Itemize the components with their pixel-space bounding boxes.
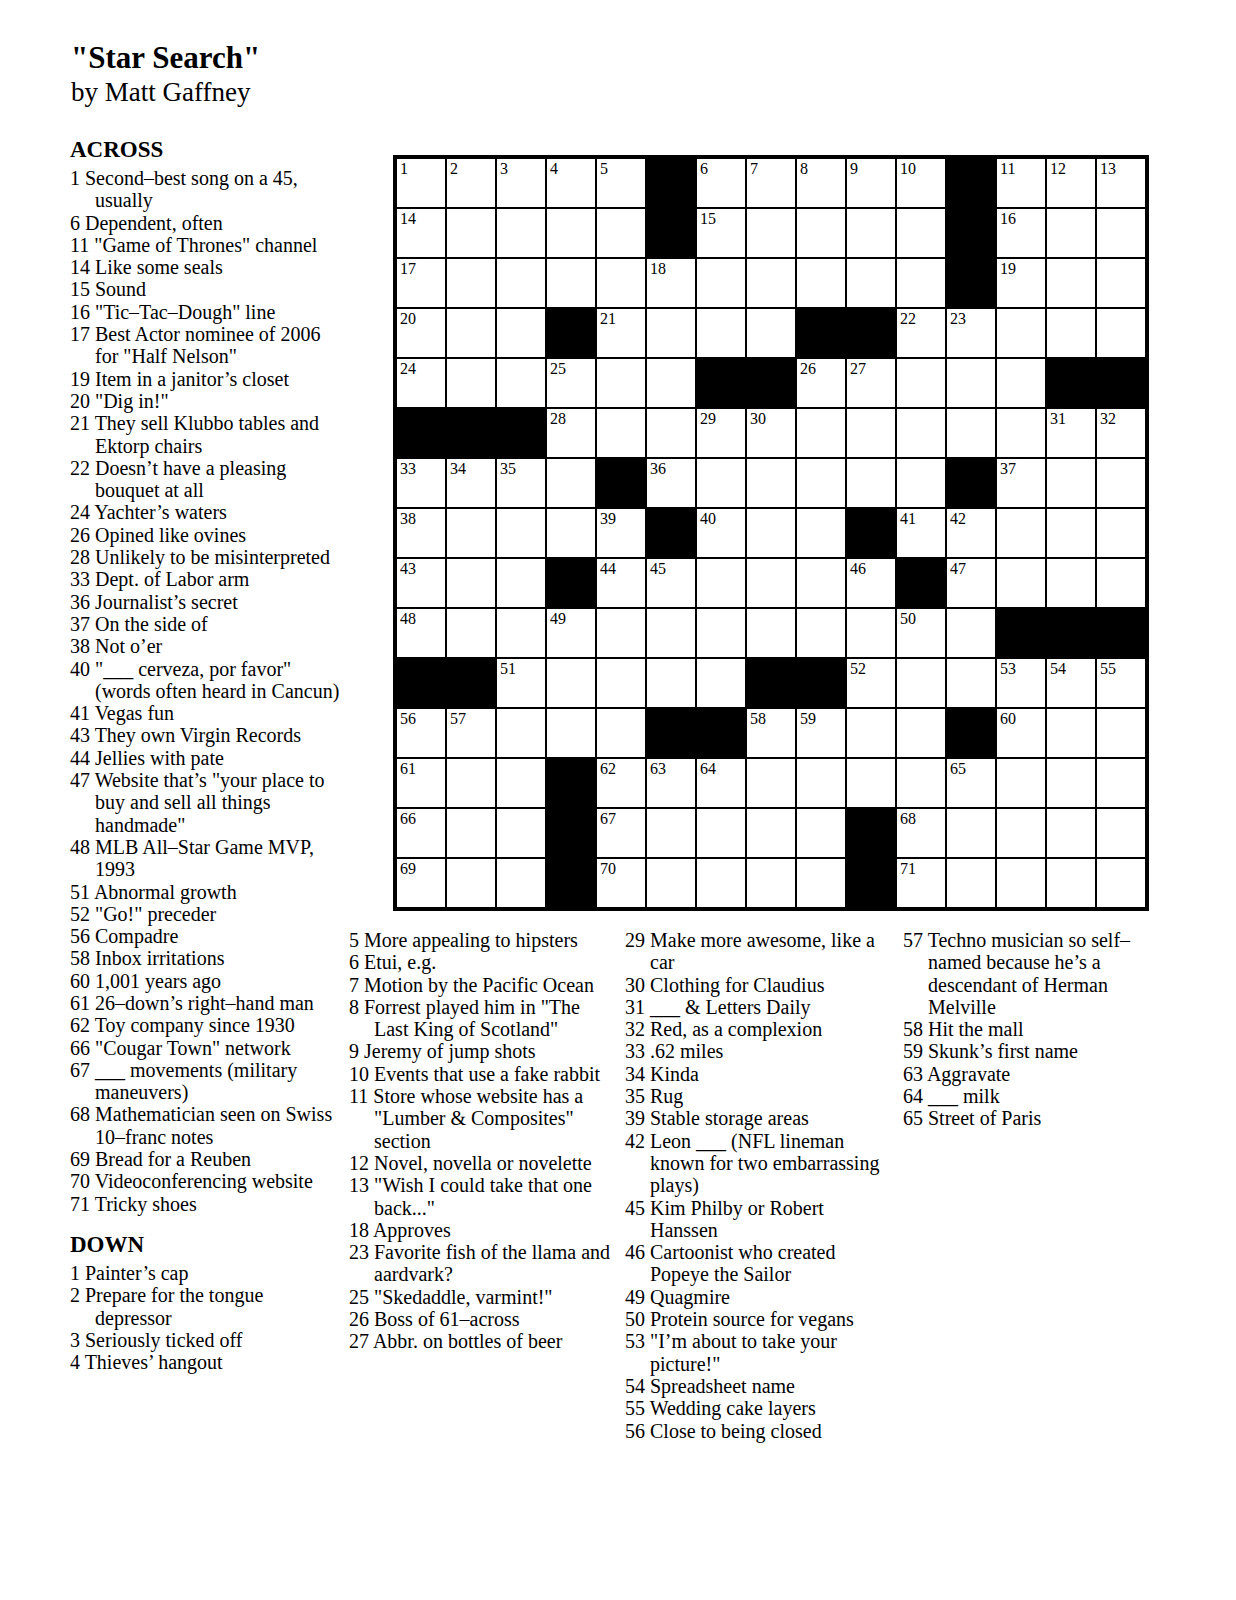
clue-down-10: 10 Events that use a fake rabbit: [349, 1063, 619, 1085]
clue-number: 36: [70, 591, 90, 613]
grid-cell-r2c10[interactable]: [846, 208, 896, 258]
grid-cell-r9c10[interactable]: 46: [846, 558, 896, 608]
grid-cell-r5c9[interactable]: 26: [796, 358, 846, 408]
grid-cell-r11c12[interactable]: [946, 658, 996, 708]
grid-cell-r7c9[interactable]: [796, 458, 846, 508]
grid-cell-r12c3[interactable]: [496, 708, 546, 758]
grid-cell-r5c10[interactable]: 27: [846, 358, 896, 408]
grid-cell-r10c6[interactable]: [646, 608, 696, 658]
grid-cell-r8c8[interactable]: [746, 508, 796, 558]
grid-cell-r8c12[interactable]: 42: [946, 508, 996, 558]
clue-text: Not o’er: [95, 635, 162, 657]
grid-cell-r3c10[interactable]: [846, 258, 896, 308]
grid-cell-r6c15[interactable]: 32: [1096, 408, 1146, 458]
grid-cell-r7c8[interactable]: [746, 458, 796, 508]
grid-cell-r3c3[interactable]: [496, 258, 546, 308]
grid-cell-r10c5[interactable]: [596, 608, 646, 658]
grid-cell-r8c4[interactable]: [546, 508, 596, 558]
grid-cell-r2c4[interactable]: [546, 208, 596, 258]
cell-number: 11: [1000, 160, 1015, 177]
cell-number: 58: [750, 710, 766, 727]
grid-cell-r13c15[interactable]: [1096, 758, 1146, 808]
cell-number: 38: [400, 510, 416, 527]
grid-cell-r5c2[interactable]: [446, 358, 496, 408]
grid-cell-r3c14[interactable]: [1046, 258, 1096, 308]
grid-cell-r1c1[interactable]: 1: [396, 158, 446, 208]
clue-down-65: 65 Street of Paris: [903, 1107, 1163, 1129]
cell-number: 31: [1050, 410, 1066, 427]
grid-cell-r8c5[interactable]: 39: [596, 508, 646, 558]
black-cell-r4c10: [846, 308, 896, 358]
grid-cell-r11c10[interactable]: 52: [846, 658, 896, 708]
grid-cell-r4c13[interactable]: [996, 308, 1046, 358]
cell-number: 36: [650, 460, 666, 477]
grid-cell-r8c14[interactable]: [1046, 508, 1096, 558]
cell-number: 43: [400, 560, 416, 577]
grid-cell-r9c5[interactable]: 44: [596, 558, 646, 608]
clue-across-51: 51 Abnormal growth: [70, 881, 340, 903]
grid-cell-r9c2[interactable]: [446, 558, 496, 608]
grid-cell-r4c5[interactable]: 21: [596, 308, 646, 358]
clue-text: On the side of: [95, 613, 208, 635]
clue-number: 16: [70, 301, 90, 323]
grid-cell-r4c14[interactable]: [1046, 308, 1096, 358]
clue-text: Skunk’s first name: [928, 1040, 1078, 1062]
grid-cell-r6c13[interactable]: [996, 408, 1046, 458]
grid-cell-r4c11[interactable]: 22: [896, 308, 946, 358]
black-cell-r5c8: [746, 358, 796, 408]
grid-cell-r12c15[interactable]: [1096, 708, 1146, 758]
grid-cell-r6c7[interactable]: 29: [696, 408, 746, 458]
grid-cell-r12c13[interactable]: 60: [996, 708, 1046, 758]
grid-cell-r11c3[interactable]: 51: [496, 658, 546, 708]
black-cell-r2c12: [946, 208, 996, 258]
clue-text: Quagmire: [650, 1286, 730, 1308]
clue-down-55: 55 Wedding cake layers: [625, 1397, 893, 1419]
grid-cell-r15c2[interactable]: [446, 858, 496, 908]
grid-cell-r3c13[interactable]: 19: [996, 258, 1046, 308]
grid-cell-r14c2[interactable]: [446, 808, 496, 858]
puzzle-title: "Star Search": [71, 40, 260, 76]
clue-number: 71: [70, 1193, 90, 1215]
cell-number: 61: [400, 760, 416, 777]
clue-number: 13: [349, 1174, 369, 1196]
clue-text: Dept. of Labor arm: [95, 568, 249, 590]
grid-cell-r5c1[interactable]: 24: [396, 358, 446, 408]
grid-cell-r1c3[interactable]: 3: [496, 158, 546, 208]
cell-number: 56: [400, 710, 416, 727]
clue-down-1: 1 Painter’s cap: [70, 1262, 340, 1284]
grid-cell-r13c13[interactable]: [996, 758, 1046, 808]
grid-cell-r14c15[interactable]: [1096, 808, 1146, 858]
grid-cell-r4c2[interactable]: [446, 308, 496, 358]
clue-number: 2: [70, 1284, 80, 1306]
grid-cell-r7c4[interactable]: [546, 458, 596, 508]
grid-cell-r12c9[interactable]: 59: [796, 708, 846, 758]
grid-cell-r10c7[interactable]: [696, 608, 746, 658]
grid-cell-r9c8[interactable]: [746, 558, 796, 608]
clue-down-8: 8 Forrest played him in "The Last King o…: [349, 996, 619, 1041]
grid-cell-r15c13[interactable]: [996, 858, 1046, 908]
grid-cell-r14c1[interactable]: 66: [396, 808, 446, 858]
clue-number: 21: [70, 412, 90, 434]
clue-text: "Game of Thrones" channel: [94, 234, 317, 256]
cell-number: 37: [1000, 460, 1016, 477]
clue-number: 35: [625, 1085, 645, 1107]
grid-cell-r8c1[interactable]: 38: [396, 508, 446, 558]
clue-text: Favorite fish of the llama and aardvark?: [374, 1241, 610, 1285]
grid-cell-r14c9[interactable]: [796, 808, 846, 858]
clue-across-60: 60 1,001 years ago: [70, 970, 340, 992]
black-cell-r12c12: [946, 708, 996, 758]
clue-down-34: 34 Kinda: [625, 1063, 893, 1085]
grid-cell-r6c4[interactable]: 28: [546, 408, 596, 458]
grid-cell-r6c14[interactable]: 31: [1046, 408, 1096, 458]
grid-cell-r9c9[interactable]: [796, 558, 846, 608]
grid-cell-r7c14[interactable]: [1046, 458, 1096, 508]
clue-across-66: 66 "Cougar Town" network: [70, 1037, 340, 1059]
clue-text: Kinda: [650, 1063, 699, 1085]
grid-cell-r4c12[interactable]: 23: [946, 308, 996, 358]
grid-cell-r9c6[interactable]: 45: [646, 558, 696, 608]
grid-cell-r3c15[interactable]: [1096, 258, 1146, 308]
grid-cell-r7c7[interactable]: [696, 458, 746, 508]
grid-cell-r15c7[interactable]: [696, 858, 746, 908]
grid-cell-r4c6[interactable]: [646, 308, 696, 358]
grid-cell-r14c8[interactable]: [746, 808, 796, 858]
grid-cell-r3c1[interactable]: 17: [396, 258, 446, 308]
grid-cell-r15c11[interactable]: 71: [896, 858, 946, 908]
grid-cell-r1c13[interactable]: 11: [996, 158, 1046, 208]
grid-cell-r12c8[interactable]: 58: [746, 708, 796, 758]
grid-cell-r10c1[interactable]: 48: [396, 608, 446, 658]
grid-cell-r9c7[interactable]: [696, 558, 746, 608]
grid-cell-r13c1[interactable]: 61: [396, 758, 446, 808]
grid-cell-r14c12[interactable]: [946, 808, 996, 858]
grid-cell-r3c6[interactable]: 18: [646, 258, 696, 308]
grid-cell-r3c2[interactable]: [446, 258, 496, 308]
clue-text: Techno musician so self–named because he…: [928, 929, 1130, 1018]
grid-cell-r10c9[interactable]: [796, 608, 846, 658]
clue-text: ___ movements (military maneuvers): [95, 1059, 297, 1103]
clue-text: Abbr. on bottles of beer: [373, 1330, 562, 1352]
grid-cell-r15c9[interactable]: [796, 858, 846, 908]
grid-cell-r12c2[interactable]: 57: [446, 708, 496, 758]
grid-cell-r4c3[interactable]: [496, 308, 546, 358]
grid-cell-r7c10[interactable]: [846, 458, 896, 508]
grid-cell-r15c15[interactable]: [1096, 858, 1146, 908]
clue-down-63: 63 Aggravate: [903, 1063, 1163, 1085]
grid-cell-r10c10[interactable]: [846, 608, 896, 658]
clue-number: 34: [625, 1063, 645, 1085]
clue-text: Videoconferencing website: [95, 1170, 313, 1192]
grid-cell-r14c11[interactable]: 68: [896, 808, 946, 858]
grid-cell-r5c4[interactable]: 25: [546, 358, 596, 408]
grid-cell-r10c11[interactable]: 50: [896, 608, 946, 658]
clue-number: 9: [349, 1040, 359, 1062]
clue-number: 62: [70, 1014, 90, 1036]
grid-cell-r2c5[interactable]: [596, 208, 646, 258]
grid-cell-r6c5[interactable]: [596, 408, 646, 458]
grid-cell-r5c3[interactable]: [496, 358, 546, 408]
clue-across-19: 19 Item in a janitor’s closet: [70, 368, 340, 390]
clue-down-56: 56 Close to being closed: [625, 1420, 893, 1442]
grid-cell-r12c14[interactable]: [1046, 708, 1096, 758]
grid-cell-r9c12[interactable]: 47: [946, 558, 996, 608]
grid-cell-r2c13[interactable]: 16: [996, 208, 1046, 258]
clue-text: Jeremy of jump shots: [364, 1040, 536, 1062]
grid-cell-r1c11[interactable]: 10: [896, 158, 946, 208]
black-cell-r5c14: [1046, 358, 1096, 408]
clue-across-38: 38 Not o’er: [70, 635, 340, 657]
puzzle-byline: by Matt Gaffney: [71, 76, 260, 109]
clue-text: Mathematician seen on Swiss 10–franc not…: [95, 1103, 332, 1147]
black-cell-r14c4: [546, 808, 596, 858]
grid-cell-r12c1[interactable]: 56: [396, 708, 446, 758]
grid-cell-r3c11[interactable]: [896, 258, 946, 308]
cell-number: 57: [450, 710, 466, 727]
black-cell-r11c1: [396, 658, 446, 708]
grid-cell-r7c15[interactable]: [1096, 458, 1146, 508]
clue-down-9: 9 Jeremy of jump shots: [349, 1040, 619, 1062]
clue-text: ___ milk: [928, 1085, 1000, 1107]
grid-cell-r1c14[interactable]: 12: [1046, 158, 1096, 208]
grid-cell-r2c1[interactable]: 14: [396, 208, 446, 258]
cell-number: 5: [600, 160, 608, 177]
grid-cell-r8c13[interactable]: [996, 508, 1046, 558]
grid-cell-r13c6[interactable]: 63: [646, 758, 696, 808]
grid-cell-r2c2[interactable]: [446, 208, 496, 258]
grid-cell-r6c10[interactable]: [846, 408, 896, 458]
grid-cell-r2c9[interactable]: [796, 208, 846, 258]
grid-cell-r11c6[interactable]: [646, 658, 696, 708]
grid-cell-r6c6[interactable]: [646, 408, 696, 458]
clue-number: 22: [70, 457, 90, 479]
grid-cell-r15c14[interactable]: [1046, 858, 1096, 908]
grid-cell-r11c13[interactable]: 53: [996, 658, 1046, 708]
clue-number: 45: [625, 1197, 645, 1219]
grid-cell-r9c13[interactable]: [996, 558, 1046, 608]
grid-cell-r8c3[interactable]: [496, 508, 546, 558]
grid-cell-r9c3[interactable]: [496, 558, 546, 608]
grid-cell-r2c15[interactable]: [1096, 208, 1146, 258]
clue-text: Jellies with pate: [95, 747, 224, 769]
grid-cell-r11c4[interactable]: [546, 658, 596, 708]
grid-cell-r14c14[interactable]: [1046, 808, 1096, 858]
grid-cell-r7c2[interactable]: 34: [446, 458, 496, 508]
grid-cell-r10c4[interactable]: 49: [546, 608, 596, 658]
grid-cell-r7c6[interactable]: 36: [646, 458, 696, 508]
grid-cell-r5c11[interactable]: [896, 358, 946, 408]
clue-across-40: 40 "___ cerveza, por favor" (words often…: [70, 658, 340, 703]
grid-cell-r4c15[interactable]: [1096, 308, 1146, 358]
grid-cell-r9c1[interactable]: 43: [396, 558, 446, 608]
cell-number: 65: [950, 760, 966, 777]
grid-cell-r15c5[interactable]: 70: [596, 858, 646, 908]
grid-cell-r13c5[interactable]: 62: [596, 758, 646, 808]
black-cell-r3c12: [946, 258, 996, 308]
grid-cell-r4c1[interactable]: 20: [396, 308, 446, 358]
clue-down-49: 49 Quagmire: [625, 1286, 893, 1308]
grid-cell-r11c15[interactable]: 55: [1096, 658, 1146, 708]
grid-cell-r11c11[interactable]: [896, 658, 946, 708]
grid-cell-r11c7[interactable]: [696, 658, 746, 708]
clue-number: 37: [70, 613, 90, 635]
clue-number: 46: [625, 1241, 645, 1263]
cell-number: 8: [800, 160, 808, 177]
grid-cell-r1c9[interactable]: 8: [796, 158, 846, 208]
grid-cell-r3c5[interactable]: [596, 258, 646, 308]
grid-cell-r7c13[interactable]: 37: [996, 458, 1046, 508]
clue-text: Street of Paris: [928, 1107, 1041, 1129]
clue-number: 55: [625, 1397, 645, 1419]
cell-number: 62: [600, 760, 616, 777]
cell-number: 15: [700, 210, 716, 227]
grid-cell-r8c9[interactable]: [796, 508, 846, 558]
clue-number: 56: [625, 1420, 645, 1442]
grid-cell-r14c13[interactable]: [996, 808, 1046, 858]
black-cell-r5c15: [1096, 358, 1146, 408]
grid-cell-r13c14[interactable]: [1046, 758, 1096, 808]
grid-cell-r5c13[interactable]: [996, 358, 1046, 408]
cell-number: 64: [700, 760, 716, 777]
grid-cell-r14c6[interactable]: [646, 808, 696, 858]
cell-number: 51: [500, 660, 516, 677]
black-cell-r11c8: [746, 658, 796, 708]
grid-cell-r13c7[interactable]: 64: [696, 758, 746, 808]
clue-number: 52: [70, 903, 90, 925]
grid-cell-r3c9[interactable]: [796, 258, 846, 308]
grid-cell-r6c9[interactable]: [796, 408, 846, 458]
clue-across-15: 15 Sound: [70, 278, 340, 300]
clue-text: "Dig in!": [95, 390, 169, 412]
grid-cell-r13c2[interactable]: [446, 758, 496, 808]
cell-number: 6: [700, 160, 708, 177]
grid-cell-r12c4[interactable]: [546, 708, 596, 758]
cell-number: 32: [1100, 410, 1116, 427]
black-cell-r1c6: [646, 158, 696, 208]
grid-cell-r10c12[interactable]: [946, 608, 996, 658]
grid-cell-r15c1[interactable]: 69: [396, 858, 446, 908]
grid-cell-r8c2[interactable]: [446, 508, 496, 558]
grid-cell-r3c7[interactable]: [696, 258, 746, 308]
clue-text: Wedding cake layers: [650, 1397, 816, 1419]
grid-cell-r6c11[interactable]: [896, 408, 946, 458]
grid-cell-r15c12[interactable]: [946, 858, 996, 908]
grid-cell-r13c9[interactable]: [796, 758, 846, 808]
grid-cell-r14c5[interactable]: 67: [596, 808, 646, 858]
clue-text: Motion by the Pacific Ocean: [364, 974, 594, 996]
clue-number: 39: [625, 1107, 645, 1129]
grid-cell-r3c8[interactable]: [746, 258, 796, 308]
clue-text: Red, as a complexion: [650, 1018, 822, 1040]
clue-text: Sound: [95, 278, 146, 300]
clue-text: Toy company since 1930: [95, 1014, 295, 1036]
puzzle-header: "Star Search" by Matt Gaffney: [71, 40, 260, 109]
grid-cell-r1c15[interactable]: 13: [1096, 158, 1146, 208]
grid-cell-r15c6[interactable]: [646, 858, 696, 908]
grid-cell-r8c15[interactable]: [1096, 508, 1146, 558]
grid-cell-r9c15[interactable]: [1096, 558, 1146, 608]
grid-cell-r1c8[interactable]: 7: [746, 158, 796, 208]
grid-cell-r6c12[interactable]: [946, 408, 996, 458]
clue-across-1: 1 Second–best song on a 45, usually: [70, 167, 340, 212]
clue-number: 27: [349, 1330, 369, 1352]
grid-cell-r13c11[interactable]: [896, 758, 946, 808]
grid-cell-r13c12[interactable]: 65: [946, 758, 996, 808]
clue-number: 15: [70, 278, 90, 300]
grid-cell-r11c5[interactable]: [596, 658, 646, 708]
grid-cell-r1c2[interactable]: 2: [446, 158, 496, 208]
grid-cell-r13c3[interactable]: [496, 758, 546, 808]
grid-cell-r12c10[interactable]: [846, 708, 896, 758]
grid-cell-r6c8[interactable]: 30: [746, 408, 796, 458]
grid-cell-r4c7[interactable]: [696, 308, 746, 358]
grid-cell-r8c11[interactable]: 41: [896, 508, 946, 558]
grid-cell-r2c7[interactable]: 15: [696, 208, 746, 258]
grid-cell-r2c8[interactable]: [746, 208, 796, 258]
down-clue-list-2: 5 More appealing to hipsters6 Etui, e.g.…: [349, 929, 619, 1353]
clue-across-52: 52 "Go!" preceder: [70, 903, 340, 925]
grid-cell-r2c14[interactable]: [1046, 208, 1096, 258]
cell-number: 41: [900, 510, 916, 527]
grid-cell-r5c5[interactable]: [596, 358, 646, 408]
grid-cell-r11c14[interactable]: 54: [1046, 658, 1096, 708]
black-cell-r5c7: [696, 358, 746, 408]
crossword-page: "Star Search" by Matt Gaffney ACROSS 1 S…: [0, 0, 1236, 1600]
clue-number: 44: [70, 747, 90, 769]
grid-cell-r13c10[interactable]: [846, 758, 896, 808]
clue-text: Cartoonist who created Popeye the Sailor: [650, 1241, 836, 1285]
grid-cell-r8c7[interactable]: 40: [696, 508, 746, 558]
grid-cell-r7c3[interactable]: 35: [496, 458, 546, 508]
cell-number: 45: [650, 560, 666, 577]
clue-down-18: 18 Approves: [349, 1219, 619, 1241]
clue-number: 5: [349, 929, 359, 951]
grid-cell-r10c2[interactable]: [446, 608, 496, 658]
grid-cell-r15c3[interactable]: [496, 858, 546, 908]
grid-cell-r3c4[interactable]: [546, 258, 596, 308]
grid-cell-r5c6[interactable]: [646, 358, 696, 408]
clue-number: 24: [70, 501, 90, 523]
clue-across-6: 6 Dependent, often: [70, 212, 340, 234]
grid-cell-r10c3[interactable]: [496, 608, 546, 658]
grid-cell-r10c8[interactable]: [746, 608, 796, 658]
clue-text: 1,001 years ago: [95, 970, 221, 992]
grid-cell-r9c14[interactable]: [1046, 558, 1096, 608]
grid-cell-r14c3[interactable]: [496, 808, 546, 858]
grid-cell-r1c7[interactable]: 6: [696, 158, 746, 208]
grid-cell-r12c11[interactable]: [896, 708, 946, 758]
grid-cell-r1c5[interactable]: 5: [596, 158, 646, 208]
grid-cell-r7c11[interactable]: [896, 458, 946, 508]
grid-cell-r12c5[interactable]: [596, 708, 646, 758]
cell-number: 52: [850, 660, 866, 677]
grid-cell-r2c3[interactable]: [496, 208, 546, 258]
clue-down-27: 27 Abbr. on bottles of beer: [349, 1330, 619, 1352]
grid-cell-r13c8[interactable]: [746, 758, 796, 808]
grid-cell-r1c10[interactable]: 9: [846, 158, 896, 208]
down-clue-list-3: 29 Make more awesome, like a car30 Cloth…: [625, 929, 893, 1442]
grid-cell-r5c12[interactable]: [946, 358, 996, 408]
clue-text: Yachter’s waters: [94, 501, 227, 523]
grid-cell-r1c4[interactable]: 4: [546, 158, 596, 208]
grid-cell-r2c11[interactable]: [896, 208, 946, 258]
grid-cell-r15c8[interactable]: [746, 858, 796, 908]
grid-cell-r4c8[interactable]: [746, 308, 796, 358]
grid-cell-r7c1[interactable]: 33: [396, 458, 446, 508]
grid-cell-r14c7[interactable]: [696, 808, 746, 858]
